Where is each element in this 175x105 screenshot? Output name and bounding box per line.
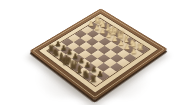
piece-black-pawn[interactable]: ♟: [97, 71, 104, 78]
piece-white-rook[interactable]: ♜: [136, 43, 144, 52]
square-a1[interactable]: ♜: [136, 45, 149, 53]
piece-white-pawn[interactable]: ♟: [131, 48, 137, 55]
piece-black-rook[interactable]: ♜: [89, 75, 97, 84]
chess-set-photo: ♜♞♝♚♛♝♞♜♟♟♟♟♟♟♟♟♟♟♟♟♟♟♟♟♜♞♝♚♛♝♞♜: [0, 0, 175, 105]
square-a8[interactable]: ♜: [89, 76, 103, 85]
